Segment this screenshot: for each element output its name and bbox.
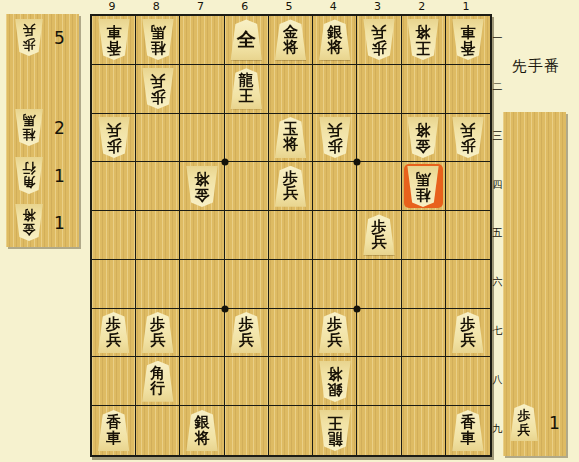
gote-captured-stand: 歩兵5桂馬2角行1金将1	[6, 14, 79, 247]
piece-kanji: 金	[195, 186, 210, 201]
piece-kanji: 王	[327, 415, 342, 430]
piece-kanji: 将	[283, 40, 298, 55]
piece-kanji: 兵	[106, 122, 121, 137]
square-1四[interactable]	[446, 162, 490, 211]
piece-sente-金将[interactable]: 金将	[273, 19, 307, 60]
square-6四[interactable]	[225, 162, 269, 211]
piece-kanji: 兵	[239, 333, 254, 348]
square-4八[interactable]: 銀将	[313, 357, 357, 406]
piece-sente-角行[interactable]: 角行	[141, 361, 175, 402]
piece-kanji: 兵	[327, 122, 342, 137]
square-4九[interactable]: 龍王	[313, 406, 357, 455]
square-2一[interactable]: 王将	[402, 16, 446, 65]
piece-kanji: 銀	[327, 381, 342, 396]
piece-sente-香車[interactable]: 香車	[97, 410, 131, 451]
square-1六[interactable]	[446, 260, 490, 309]
piece-kanji: 香	[460, 40, 475, 55]
square-7七[interactable]	[180, 309, 224, 358]
square-7一[interactable]	[180, 16, 224, 65]
square-8三[interactable]	[136, 114, 180, 163]
piece-kanji: 兵	[518, 423, 531, 436]
piece-kanji: 車	[106, 431, 121, 446]
piece-kanji: 車	[106, 25, 121, 40]
sente-captured-stand: 歩兵1	[503, 112, 566, 456]
piece-sente-龍王[interactable]: 龍王	[229, 68, 263, 109]
piece-kanji: 兵	[460, 122, 475, 137]
piece-sente-歩兵[interactable]: 歩兵	[273, 166, 307, 207]
stand-count: 1	[54, 166, 65, 186]
piece-gote-桂馬[interactable]: 桂馬	[14, 109, 44, 146]
square-8五[interactable]	[136, 211, 180, 260]
square-2四[interactable]: 桂馬	[402, 162, 446, 211]
piece-kanji: 馬	[416, 171, 431, 186]
square-4六[interactable]	[313, 260, 357, 309]
square-1五[interactable]	[446, 211, 490, 260]
square-5二[interactable]	[269, 65, 313, 114]
piece-sente-玉将[interactable]: 玉将	[273, 117, 307, 158]
piece-sente-銀将[interactable]: 銀将	[185, 410, 219, 451]
square-2五[interactable]	[402, 211, 446, 260]
star-point	[354, 305, 361, 312]
piece-kanji: 行	[23, 162, 36, 175]
square-3七[interactable]	[357, 309, 401, 358]
square-2九[interactable]	[402, 406, 446, 455]
square-3一[interactable]: 歩兵	[357, 16, 401, 65]
piece-kanji: 王	[239, 89, 254, 104]
piece-kanji: 馬	[23, 114, 36, 127]
square-9四[interactable]	[92, 162, 136, 211]
square-1七[interactable]: 歩兵	[446, 309, 490, 358]
piece-kanji: 兵	[371, 235, 386, 250]
stand-count: 2	[54, 118, 65, 138]
piece-kanji: 金	[416, 137, 431, 152]
file-label-3: 3	[355, 0, 399, 13]
square-7二[interactable]	[180, 65, 224, 114]
board-grid: 香車桂馬全金将銀将歩兵王将香車歩兵龍王歩兵玉将歩兵金将歩兵金将歩兵桂馬歩兵歩兵歩…	[92, 16, 490, 455]
square-4一[interactable]: 銀将	[313, 16, 357, 65]
star-point	[354, 159, 361, 166]
piece-gote-歩兵[interactable]: 歩兵	[451, 117, 485, 158]
square-7六[interactable]	[180, 260, 224, 309]
piece-gote-金将[interactable]: 金将	[406, 117, 440, 158]
shogi-board: 香車桂馬全金将銀将歩兵王将香車歩兵龍王歩兵玉将歩兵金将歩兵金将歩兵桂馬歩兵歩兵歩…	[90, 14, 492, 457]
square-5八[interactable]	[269, 357, 313, 406]
piece-gote-香車[interactable]: 香車	[97, 19, 131, 60]
piece-kanji: 車	[460, 431, 475, 446]
square-6七[interactable]: 歩兵	[225, 309, 269, 358]
file-label-6: 6	[223, 0, 267, 13]
stand-count: 1	[54, 213, 65, 233]
stand-item-桂馬[interactable]: 桂馬2	[14, 109, 65, 146]
piece-gote-桂馬[interactable]: 桂馬	[406, 166, 440, 207]
square-4三[interactable]: 歩兵	[313, 114, 357, 163]
square-9三[interactable]: 歩兵	[92, 114, 136, 163]
piece-kanji: 歩	[371, 40, 386, 55]
piece-sente-香車[interactable]: 香車	[451, 410, 485, 451]
stand-item-角行[interactable]: 角行1	[14, 157, 65, 194]
star-point	[221, 305, 228, 312]
square-6八[interactable]	[225, 357, 269, 406]
square-7九[interactable]: 銀将	[180, 406, 224, 455]
square-1三[interactable]: 歩兵	[446, 114, 490, 163]
square-2三[interactable]: 金将	[402, 114, 446, 163]
piece-gote-金将[interactable]: 金将	[185, 166, 219, 207]
square-3三[interactable]	[357, 114, 401, 163]
square-5一[interactable]: 金将	[269, 16, 313, 65]
file-label-8: 8	[134, 0, 178, 13]
square-3四[interactable]	[357, 162, 401, 211]
piece-kanji: 行	[150, 381, 165, 396]
piece-gote-金将[interactable]: 金将	[14, 204, 44, 241]
square-1二[interactable]	[446, 65, 490, 114]
square-8八[interactable]: 角行	[136, 357, 180, 406]
piece-kanji: 歩	[106, 137, 121, 152]
piece-kanji: 兵	[23, 24, 36, 37]
square-5六[interactable]	[269, 260, 313, 309]
square-3六[interactable]	[357, 260, 401, 309]
square-2七[interactable]	[402, 309, 446, 358]
piece-sente-歩兵[interactable]: 歩兵	[97, 312, 131, 353]
piece-kanji: 歩	[23, 38, 36, 51]
piece-kanji: 将	[327, 366, 342, 381]
piece-kanji: 桂	[23, 128, 36, 141]
file-label-5: 5	[267, 0, 311, 13]
square-3九[interactable]	[357, 406, 401, 455]
square-7四[interactable]: 金将	[180, 162, 224, 211]
piece-gote-角行[interactable]: 角行	[14, 157, 44, 194]
piece-sente-歩兵[interactable]: 歩兵	[451, 312, 485, 353]
piece-kanji: 兵	[327, 333, 342, 348]
piece-sente-銀将[interactable]: 銀将	[318, 19, 352, 60]
square-1一[interactable]: 香車	[446, 16, 490, 65]
piece-kanji: 歩	[518, 409, 531, 422]
piece-kanji: 香	[106, 40, 121, 55]
square-9九[interactable]: 香車	[92, 406, 136, 455]
square-7三[interactable]	[180, 114, 224, 163]
square-8一[interactable]: 桂馬	[136, 16, 180, 65]
square-1九[interactable]: 香車	[446, 406, 490, 455]
square-5七[interactable]	[269, 309, 313, 358]
piece-gote-龍王[interactable]: 龍王	[318, 410, 352, 451]
file-label-7: 7	[178, 0, 222, 13]
square-3二[interactable]	[357, 65, 401, 114]
shogi-app: 987654321 歩兵5桂馬2角行1金将1 香車桂馬全金将銀将歩兵王将香車歩兵…	[0, 0, 579, 462]
square-4四[interactable]	[313, 162, 357, 211]
square-1八[interactable]	[446, 357, 490, 406]
square-8六[interactable]	[136, 260, 180, 309]
piece-kanji: 王	[416, 40, 431, 55]
square-4二[interactable]	[313, 65, 357, 114]
piece-kanji: 将	[327, 40, 342, 55]
piece-kanji: 将	[195, 171, 210, 186]
square-9八[interactable]	[92, 357, 136, 406]
square-3五[interactable]: 歩兵	[357, 211, 401, 260]
piece-gote-歩兵[interactable]: 歩兵	[318, 117, 352, 158]
square-5五[interactable]	[269, 211, 313, 260]
square-3八[interactable]	[357, 357, 401, 406]
piece-kanji: 角	[23, 176, 36, 189]
square-8七[interactable]: 歩兵	[136, 309, 180, 358]
square-8九[interactable]	[136, 406, 180, 455]
piece-sente-歩兵[interactable]: 歩兵	[362, 214, 396, 255]
stand-item-金将[interactable]: 金将1	[14, 204, 65, 241]
piece-kanji: 桂	[416, 186, 431, 201]
stand-item-歩兵[interactable]: 歩兵1	[509, 404, 560, 441]
piece-gote-王将[interactable]: 王将	[406, 19, 440, 60]
file-label-2: 2	[400, 0, 444, 13]
file-label-1: 1	[444, 0, 488, 13]
square-9六[interactable]	[92, 260, 136, 309]
piece-kanji: 歩	[327, 137, 342, 152]
piece-sente-歩兵[interactable]: 歩兵	[229, 312, 263, 353]
piece-kanji: 将	[283, 137, 298, 152]
piece-kanji: 桂	[150, 40, 165, 55]
square-7八[interactable]	[180, 357, 224, 406]
piece-kanji: 将	[416, 122, 431, 137]
piece-kanji: 兵	[150, 333, 165, 348]
piece-gote-歩兵[interactable]: 歩兵	[362, 19, 396, 60]
square-2二[interactable]	[402, 65, 446, 114]
piece-gote-香車[interactable]: 香車	[451, 19, 485, 60]
piece-kanji: 兵	[106, 333, 121, 348]
square-8二[interactable]: 歩兵	[136, 65, 180, 114]
square-5三[interactable]: 玉将	[269, 114, 313, 163]
square-6五[interactable]	[225, 211, 269, 260]
piece-gote-歩兵[interactable]: 歩兵	[14, 19, 44, 56]
piece-gote-歩兵[interactable]: 歩兵	[97, 117, 131, 158]
square-4七[interactable]: 歩兵	[313, 309, 357, 358]
square-6三[interactable]	[225, 114, 269, 163]
file-label-9: 9	[90, 0, 134, 13]
piece-kanji: 車	[460, 25, 475, 40]
rank-label-一: 一	[491, 14, 504, 63]
piece-kanji: 全	[237, 30, 256, 49]
square-9一[interactable]: 香車	[92, 16, 136, 65]
piece-sente-歩兵[interactable]: 歩兵	[141, 312, 175, 353]
square-9二[interactable]	[92, 65, 136, 114]
piece-kanji: 龍	[327, 431, 342, 446]
file-label-4: 4	[311, 0, 355, 13]
stand-item-歩兵[interactable]: 歩兵5	[14, 19, 65, 56]
piece-sente-全[interactable]: 全	[229, 19, 263, 60]
file-labels: 987654321	[90, 0, 488, 13]
square-6六[interactable]	[225, 260, 269, 309]
piece-kanji: 兵	[460, 333, 475, 348]
piece-kanji: 兵	[150, 73, 165, 88]
square-6一[interactable]: 全	[225, 16, 269, 65]
piece-kanji: 将	[195, 431, 210, 446]
square-8四[interactable]	[136, 162, 180, 211]
piece-gote-銀将[interactable]: 銀将	[318, 361, 352, 402]
star-point	[221, 159, 228, 166]
piece-kanji: 歩	[150, 89, 165, 104]
piece-kanji: 将	[23, 209, 36, 222]
square-4五[interactable]	[313, 211, 357, 260]
piece-gote-歩兵[interactable]: 歩兵	[141, 68, 175, 109]
stand-count: 1	[549, 413, 560, 433]
turn-indicator: 先手番	[503, 57, 569, 76]
piece-kanji: 馬	[150, 25, 165, 40]
piece-kanji: 金	[23, 223, 36, 236]
piece-kanji: 将	[416, 25, 431, 40]
square-7五[interactable]	[180, 211, 224, 260]
square-9五[interactable]	[92, 211, 136, 260]
square-5四[interactable]: 歩兵	[269, 162, 313, 211]
square-6二[interactable]: 龍王	[225, 65, 269, 114]
square-6九[interactable]	[225, 406, 269, 455]
stand-count: 5	[54, 28, 65, 48]
piece-kanji: 兵	[283, 186, 298, 201]
square-2八[interactable]	[402, 357, 446, 406]
piece-kanji: 歩	[460, 137, 475, 152]
piece-gote-桂馬[interactable]: 桂馬	[141, 19, 175, 60]
piece-kanji: 兵	[371, 25, 386, 40]
square-5九[interactable]	[269, 406, 313, 455]
piece-sente-歩兵[interactable]: 歩兵	[318, 312, 352, 353]
piece-sente-歩兵[interactable]: 歩兵	[509, 404, 539, 441]
square-9七[interactable]: 歩兵	[92, 309, 136, 358]
square-2六[interactable]	[402, 260, 446, 309]
